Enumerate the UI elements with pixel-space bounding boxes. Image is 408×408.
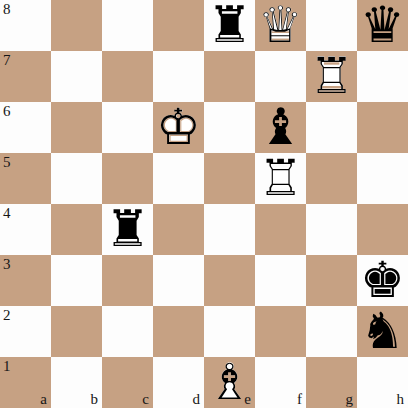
file-label-c: c xyxy=(142,392,149,407)
square-f1[interactable]: f xyxy=(255,357,306,408)
square-a3[interactable]: 3 xyxy=(0,255,51,306)
chess-board: 8♜♛♕♛7♜♖6♚♔♝5♜♖4♜3♚2♞1abcde♝♗fgh xyxy=(0,0,408,408)
file-label-h: h xyxy=(397,392,405,407)
square-e6[interactable] xyxy=(204,102,255,153)
square-g4[interactable] xyxy=(306,204,357,255)
rank-label-1: 1 xyxy=(3,359,11,374)
square-e5[interactable] xyxy=(204,153,255,204)
square-d7[interactable] xyxy=(153,51,204,102)
square-h3[interactable]: ♚ xyxy=(357,255,408,306)
square-b7[interactable] xyxy=(51,51,102,102)
square-a7[interactable]: 7 xyxy=(0,51,51,102)
square-f6[interactable]: ♝ xyxy=(255,102,306,153)
square-f2[interactable] xyxy=(255,306,306,357)
square-b4[interactable] xyxy=(51,204,102,255)
square-d5[interactable] xyxy=(153,153,204,204)
square-f7[interactable] xyxy=(255,51,306,102)
square-h6[interactable] xyxy=(357,102,408,153)
square-c6[interactable] xyxy=(102,102,153,153)
square-c7[interactable] xyxy=(102,51,153,102)
white-queen[interactable]: ♛♕ xyxy=(255,0,306,51)
square-b2[interactable] xyxy=(51,306,102,357)
square-g6[interactable] xyxy=(306,102,357,153)
square-c4[interactable]: ♜ xyxy=(102,204,153,255)
black-rook[interactable]: ♜ xyxy=(102,204,153,255)
black-knight[interactable]: ♞ xyxy=(357,306,408,357)
black-bishop[interactable]: ♝ xyxy=(255,102,306,153)
piece-outline: ♖ xyxy=(255,153,306,204)
rank-label-2: 2 xyxy=(3,308,11,323)
black-queen[interactable]: ♛ xyxy=(357,0,408,51)
square-a6[interactable]: 6 xyxy=(0,102,51,153)
square-c1[interactable]: c xyxy=(102,357,153,408)
square-a2[interactable]: 2 xyxy=(0,306,51,357)
square-a1[interactable]: 1a xyxy=(0,357,51,408)
square-e7[interactable] xyxy=(204,51,255,102)
square-d3[interactable] xyxy=(153,255,204,306)
square-h5[interactable] xyxy=(357,153,408,204)
square-g1[interactable]: g xyxy=(306,357,357,408)
rank-label-3: 3 xyxy=(3,257,11,272)
square-e4[interactable] xyxy=(204,204,255,255)
square-e8[interactable]: ♜ xyxy=(204,0,255,51)
square-g8[interactable] xyxy=(306,0,357,51)
square-h7[interactable] xyxy=(357,51,408,102)
white-bishop[interactable]: ♝♗ xyxy=(204,357,255,408)
square-b1[interactable]: b xyxy=(51,357,102,408)
square-g2[interactable] xyxy=(306,306,357,357)
black-rook[interactable]: ♜ xyxy=(204,0,255,51)
square-h2[interactable]: ♞ xyxy=(357,306,408,357)
rank-label-7: 7 xyxy=(3,53,11,68)
file-label-d: d xyxy=(193,392,201,407)
square-b5[interactable] xyxy=(51,153,102,204)
square-g7[interactable]: ♜♖ xyxy=(306,51,357,102)
square-c5[interactable] xyxy=(102,153,153,204)
square-e3[interactable] xyxy=(204,255,255,306)
square-a5[interactable]: 5 xyxy=(0,153,51,204)
square-b6[interactable] xyxy=(51,102,102,153)
piece-outline: ♕ xyxy=(255,0,306,51)
piece-outline: ♔ xyxy=(153,102,204,153)
square-f3[interactable] xyxy=(255,255,306,306)
square-d6[interactable]: ♚♔ xyxy=(153,102,204,153)
piece-outline: ♖ xyxy=(306,51,357,102)
square-e1[interactable]: e♝♗ xyxy=(204,357,255,408)
white-king[interactable]: ♚♔ xyxy=(153,102,204,153)
square-c3[interactable] xyxy=(102,255,153,306)
square-g3[interactable] xyxy=(306,255,357,306)
square-c8[interactable] xyxy=(102,0,153,51)
square-a8[interactable]: 8 xyxy=(0,0,51,51)
square-f5[interactable]: ♜♖ xyxy=(255,153,306,204)
square-f8[interactable]: ♛♕ xyxy=(255,0,306,51)
file-label-g: g xyxy=(346,392,354,407)
white-rook[interactable]: ♜♖ xyxy=(255,153,306,204)
black-king[interactable]: ♚ xyxy=(357,255,408,306)
square-b8[interactable] xyxy=(51,0,102,51)
square-c2[interactable] xyxy=(102,306,153,357)
file-label-f: f xyxy=(297,392,302,407)
square-h4[interactable] xyxy=(357,204,408,255)
square-d2[interactable] xyxy=(153,306,204,357)
square-e2[interactable] xyxy=(204,306,255,357)
square-f4[interactable] xyxy=(255,204,306,255)
square-h8[interactable]: ♛ xyxy=(357,0,408,51)
rank-label-4: 4 xyxy=(3,206,11,221)
piece-outline: ♗ xyxy=(204,357,255,408)
square-a4[interactable]: 4 xyxy=(0,204,51,255)
square-d1[interactable]: d xyxy=(153,357,204,408)
file-label-a: a xyxy=(40,392,47,407)
white-rook[interactable]: ♜♖ xyxy=(306,51,357,102)
rank-label-5: 5 xyxy=(3,155,11,170)
file-label-b: b xyxy=(91,392,99,407)
square-h1[interactable]: h xyxy=(357,357,408,408)
square-d4[interactable] xyxy=(153,204,204,255)
rank-label-6: 6 xyxy=(3,104,11,119)
rank-label-8: 8 xyxy=(3,2,11,17)
square-b3[interactable] xyxy=(51,255,102,306)
square-d8[interactable] xyxy=(153,0,204,51)
square-g5[interactable] xyxy=(306,153,357,204)
